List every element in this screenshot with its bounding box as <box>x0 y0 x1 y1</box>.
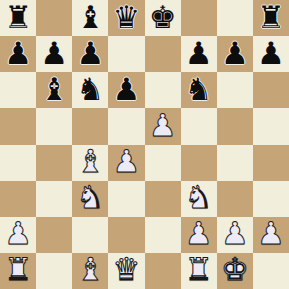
square-b6[interactable]: ♝ <box>36 72 72 108</box>
square-e8[interactable]: ♚ <box>145 0 181 36</box>
square-c4[interactable]: ♝ <box>72 145 108 181</box>
piece-black-bishop[interactable]: ♝ <box>76 2 104 33</box>
square-a4[interactable] <box>0 145 36 181</box>
piece-white-queen[interactable]: ♛ <box>113 254 141 285</box>
piece-black-pawn[interactable]: ♟ <box>113 74 141 105</box>
square-g3[interactable] <box>217 181 253 217</box>
square-b4[interactable] <box>36 145 72 181</box>
square-b1[interactable] <box>36 253 72 289</box>
square-a7[interactable]: ♟ <box>0 36 36 72</box>
square-h7[interactable]: ♟ <box>253 36 289 72</box>
square-e3[interactable] <box>145 181 181 217</box>
square-c7[interactable]: ♟ <box>72 36 108 72</box>
square-d6[interactable]: ♟ <box>108 72 144 108</box>
square-c2[interactable] <box>72 217 108 253</box>
piece-black-pawn[interactable]: ♟ <box>4 38 32 69</box>
piece-black-pawn[interactable]: ♟ <box>76 38 104 69</box>
square-g8[interactable] <box>217 0 253 36</box>
piece-white-pawn[interactable]: ♟ <box>221 218 249 249</box>
piece-white-bishop[interactable]: ♝ <box>76 254 104 285</box>
piece-white-pawn[interactable]: ♟ <box>257 218 285 249</box>
square-g4[interactable] <box>217 145 253 181</box>
square-d7[interactable] <box>108 36 144 72</box>
piece-black-pawn[interactable]: ♟ <box>185 38 213 69</box>
square-e2[interactable] <box>145 217 181 253</box>
piece-black-rook[interactable]: ♜ <box>257 2 285 33</box>
square-b8[interactable] <box>36 0 72 36</box>
square-f3[interactable]: ♞ <box>181 181 217 217</box>
square-a5[interactable] <box>0 108 36 144</box>
square-d8[interactable]: ♛ <box>108 0 144 36</box>
square-g1[interactable]: ♚ <box>217 253 253 289</box>
square-a6[interactable] <box>0 72 36 108</box>
square-b5[interactable] <box>36 108 72 144</box>
square-h2[interactable]: ♟ <box>253 217 289 253</box>
piece-white-pawn[interactable]: ♟ <box>149 110 177 141</box>
piece-black-bishop[interactable]: ♝ <box>40 74 68 105</box>
piece-black-queen[interactable]: ♛ <box>113 2 141 33</box>
square-c3[interactable]: ♞ <box>72 181 108 217</box>
square-f7[interactable]: ♟ <box>181 36 217 72</box>
piece-white-pawn[interactable]: ♟ <box>113 146 141 177</box>
square-f4[interactable] <box>181 145 217 181</box>
square-h5[interactable] <box>253 108 289 144</box>
square-h6[interactable] <box>253 72 289 108</box>
piece-black-rook[interactable]: ♜ <box>4 2 32 33</box>
square-a8[interactable]: ♜ <box>0 0 36 36</box>
square-g7[interactable]: ♟ <box>217 36 253 72</box>
square-d1[interactable]: ♛ <box>108 253 144 289</box>
piece-white-knight[interactable]: ♞ <box>76 182 104 213</box>
square-d4[interactable]: ♟ <box>108 145 144 181</box>
square-c6[interactable]: ♞ <box>72 72 108 108</box>
square-h8[interactable]: ♜ <box>253 0 289 36</box>
square-h3[interactable] <box>253 181 289 217</box>
piece-white-rook[interactable]: ♜ <box>185 254 213 285</box>
piece-black-king[interactable]: ♚ <box>149 2 177 33</box>
square-e6[interactable] <box>145 72 181 108</box>
piece-white-pawn[interactable]: ♟ <box>4 218 32 249</box>
piece-white-rook[interactable]: ♜ <box>4 254 32 285</box>
square-a1[interactable]: ♜ <box>0 253 36 289</box>
square-a3[interactable] <box>0 181 36 217</box>
piece-black-pawn[interactable]: ♟ <box>257 38 285 69</box>
piece-black-pawn[interactable]: ♟ <box>221 38 249 69</box>
square-a2[interactable]: ♟ <box>0 217 36 253</box>
square-g6[interactable] <box>217 72 253 108</box>
square-c1[interactable]: ♝ <box>72 253 108 289</box>
square-f8[interactable] <box>181 0 217 36</box>
square-h1[interactable] <box>253 253 289 289</box>
square-e7[interactable] <box>145 36 181 72</box>
square-e4[interactable] <box>145 145 181 181</box>
chess-board: ♜♝♛♚♜♟♟♟♟♟♟♝♞♟♞♟♝♟♞♞♟♟♟♟♜♝♛♜♚ <box>0 0 289 289</box>
square-h4[interactable] <box>253 145 289 181</box>
piece-white-pawn[interactable]: ♟ <box>185 218 213 249</box>
square-c5[interactable] <box>72 108 108 144</box>
square-f5[interactable] <box>181 108 217 144</box>
piece-black-knight[interactable]: ♞ <box>185 74 213 105</box>
square-g5[interactable] <box>217 108 253 144</box>
square-f1[interactable]: ♜ <box>181 253 217 289</box>
square-d2[interactable] <box>108 217 144 253</box>
square-b3[interactable] <box>36 181 72 217</box>
square-g2[interactable]: ♟ <box>217 217 253 253</box>
square-d5[interactable] <box>108 108 144 144</box>
square-f6[interactable]: ♞ <box>181 72 217 108</box>
square-e5[interactable]: ♟ <box>145 108 181 144</box>
piece-black-knight[interactable]: ♞ <box>76 74 104 105</box>
piece-white-bishop[interactable]: ♝ <box>76 146 104 177</box>
square-b7[interactable]: ♟ <box>36 36 72 72</box>
piece-white-king[interactable]: ♚ <box>221 254 249 285</box>
piece-white-knight[interactable]: ♞ <box>185 182 213 213</box>
square-d3[interactable] <box>108 181 144 217</box>
square-e1[interactable] <box>145 253 181 289</box>
square-c8[interactable]: ♝ <box>72 0 108 36</box>
square-f2[interactable]: ♟ <box>181 217 217 253</box>
piece-black-pawn[interactable]: ♟ <box>40 38 68 69</box>
square-b2[interactable] <box>36 217 72 253</box>
